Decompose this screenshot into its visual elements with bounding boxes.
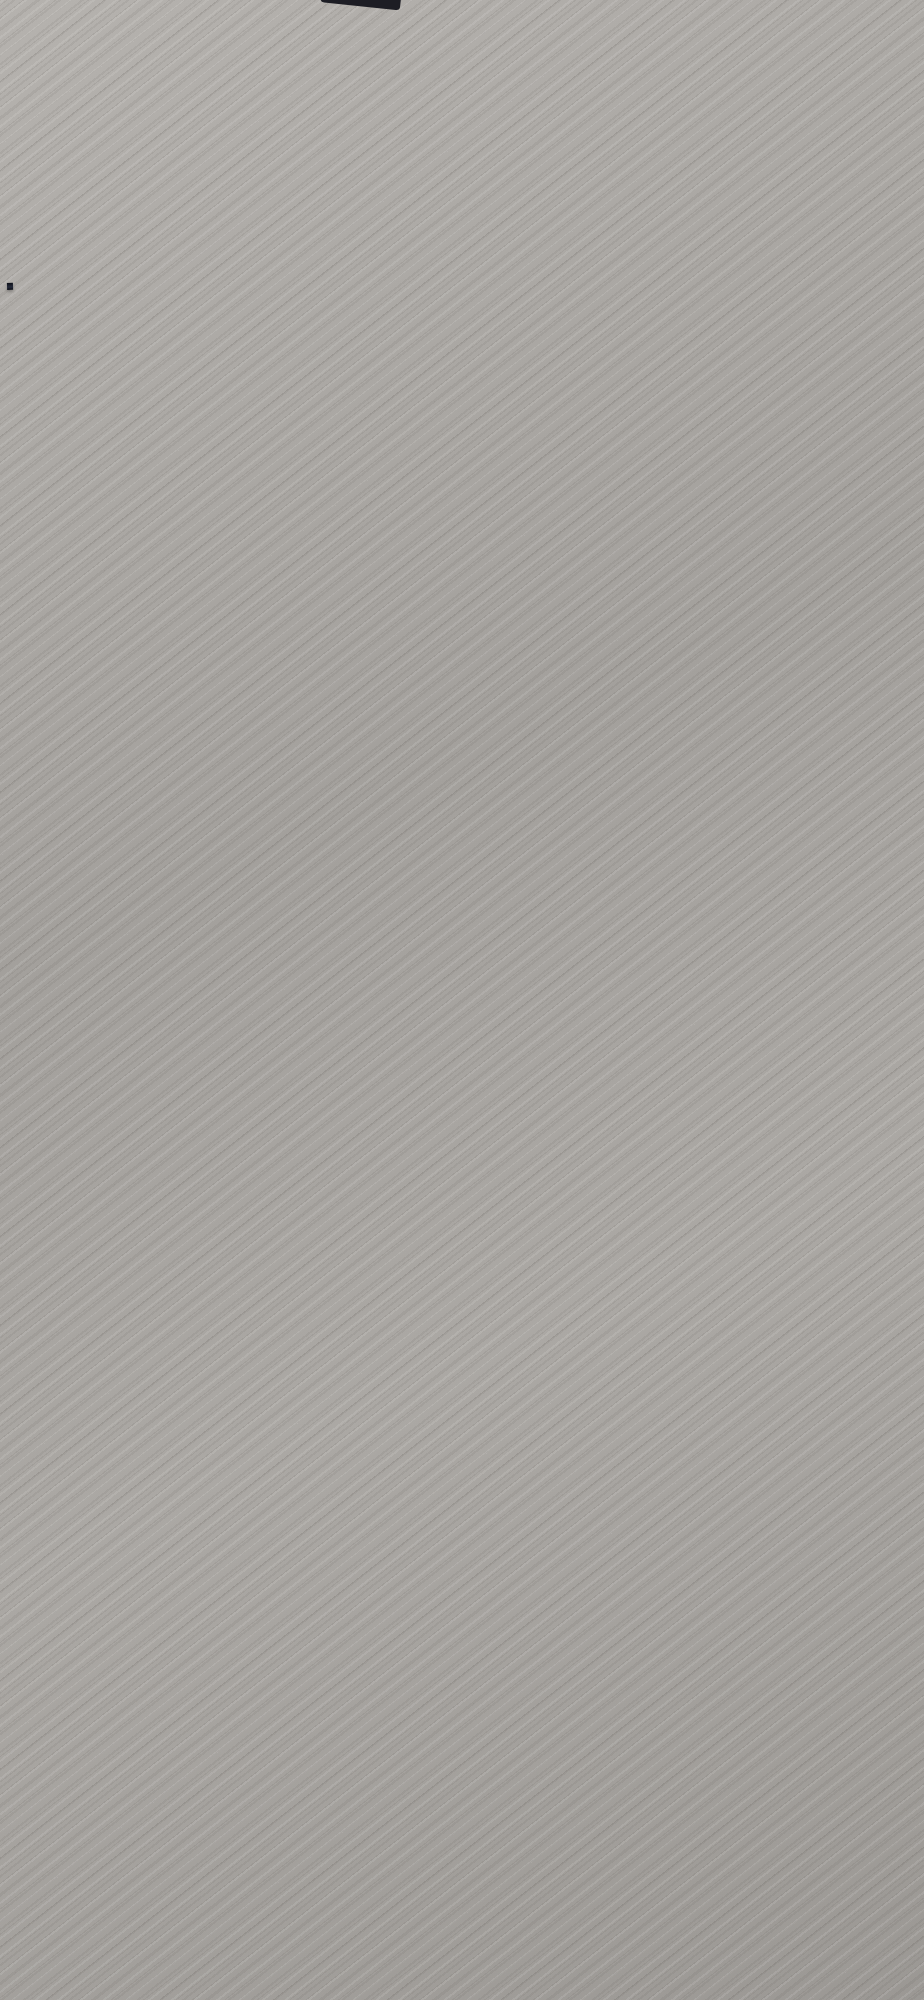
- fold-hinge: [7, 283, 13, 290]
- wood-floor: [0, 0, 924, 2000]
- photo-scene: [0, 0, 924, 2000]
